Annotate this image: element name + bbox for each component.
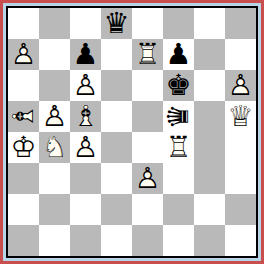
square-g6 xyxy=(194,70,225,101)
square-d5 xyxy=(101,101,132,132)
white-pawn-c4: ♟♙ xyxy=(70,132,101,163)
square-g4 xyxy=(194,132,225,163)
queen-icon: ♕ xyxy=(225,101,256,132)
square-h6: ♟♙ xyxy=(225,70,256,101)
square-d6 xyxy=(101,70,132,101)
square-c8 xyxy=(70,8,101,39)
square-e7: ♜♖ xyxy=(132,39,163,70)
square-b2 xyxy=(39,194,70,225)
white-pawn-a7: ♟♙ xyxy=(8,39,39,70)
square-f6: ♚ xyxy=(163,70,194,101)
white-rook-f4: ♜♖ xyxy=(163,132,194,163)
queen-icon: ♛ xyxy=(101,8,132,39)
square-h1 xyxy=(225,225,256,256)
pawn-icon: ♙ xyxy=(39,101,70,132)
square-c1 xyxy=(70,225,101,256)
king-icon: ♚ xyxy=(163,70,194,101)
square-d3 xyxy=(101,163,132,194)
square-h5: ♛♕ xyxy=(225,101,256,132)
square-e8 xyxy=(132,8,163,39)
bishop-icon: ♗ xyxy=(70,101,101,132)
square-d1 xyxy=(101,225,132,256)
square-a2 xyxy=(8,194,39,225)
square-h7 xyxy=(225,39,256,70)
square-b6 xyxy=(39,70,70,101)
square-b3 xyxy=(39,163,70,194)
square-b7 xyxy=(39,39,70,70)
square-c6: ♟♙ xyxy=(70,70,101,101)
square-d7 xyxy=(101,39,132,70)
white-rook-e7: ♜♖ xyxy=(132,39,163,70)
pawn-icon: ♙ xyxy=(8,39,39,70)
square-c2 xyxy=(70,194,101,225)
square-e6 xyxy=(132,70,163,101)
square-c7: ♟ xyxy=(70,39,101,70)
pawn-icon: ♙ xyxy=(70,132,101,163)
white-pawn-c6: ♟♙ xyxy=(70,70,101,101)
white-king-a4: ♚♔ xyxy=(8,132,39,163)
square-b8 xyxy=(39,8,70,39)
square-f3 xyxy=(163,163,194,194)
square-e2 xyxy=(132,194,163,225)
square-g1 xyxy=(194,225,225,256)
square-h3 xyxy=(225,163,256,194)
square-h4 xyxy=(225,132,256,163)
square-a6 xyxy=(8,70,39,101)
square-a3 xyxy=(8,163,39,194)
black-queen-rotated-f5: ♛ xyxy=(163,101,194,132)
square-a5: ♝♗ xyxy=(8,101,39,132)
square-e1 xyxy=(132,225,163,256)
black-pawn-f7: ♟ xyxy=(163,39,194,70)
square-c4: ♟♙ xyxy=(70,132,101,163)
white-bishop-c5: ♝♗ xyxy=(70,101,101,132)
rook-icon: ♖ xyxy=(163,132,194,163)
square-d4 xyxy=(101,132,132,163)
white-knight-b4: ♞♘ xyxy=(39,132,70,163)
queen-icon: ♛ xyxy=(163,101,194,132)
pawn-icon: ♟ xyxy=(70,39,101,70)
king-icon: ♔ xyxy=(8,132,39,163)
black-pawn-c7: ♟ xyxy=(70,39,101,70)
square-f5: ♛ xyxy=(163,101,194,132)
square-f7: ♟ xyxy=(163,39,194,70)
square-g7 xyxy=(194,39,225,70)
pawn-icon: ♙ xyxy=(132,163,163,194)
diagram-image: ♛♟♙♟♜♖♟♟♙♚♟♙♝♗♟♙♝♗♛♛♕♚♔♞♘♟♙♜♖♟♙ xyxy=(0,0,264,264)
bishop-icon: ♗ xyxy=(8,101,39,132)
white-pawn-e3: ♟♙ xyxy=(132,163,163,194)
knight-icon: ♘ xyxy=(39,132,70,163)
square-d8: ♛ xyxy=(101,8,132,39)
pawn-icon: ♟ xyxy=(163,39,194,70)
white-pawn-h6: ♟♙ xyxy=(225,70,256,101)
square-g3 xyxy=(194,163,225,194)
square-c3 xyxy=(70,163,101,194)
black-queen-d8: ♛ xyxy=(101,8,132,39)
white-queen-h5: ♛♕ xyxy=(225,101,256,132)
square-e4 xyxy=(132,132,163,163)
square-a7: ♟♙ xyxy=(8,39,39,70)
square-f1 xyxy=(163,225,194,256)
square-e5 xyxy=(132,101,163,132)
square-g8 xyxy=(194,8,225,39)
square-c5: ♝♗ xyxy=(70,101,101,132)
pawn-icon: ♙ xyxy=(225,70,256,101)
square-f8 xyxy=(163,8,194,39)
pawn-icon: ♙ xyxy=(70,70,101,101)
square-a4: ♚♔ xyxy=(8,132,39,163)
square-h2 xyxy=(225,194,256,225)
square-a8 xyxy=(8,8,39,39)
square-g2 xyxy=(194,194,225,225)
square-e3: ♟♙ xyxy=(132,163,163,194)
rook-icon: ♖ xyxy=(132,39,163,70)
square-b4: ♞♘ xyxy=(39,132,70,163)
square-g5 xyxy=(194,101,225,132)
white-pawn-b5: ♟♙ xyxy=(39,101,70,132)
square-a1 xyxy=(8,225,39,256)
square-d2 xyxy=(101,194,132,225)
square-b5: ♟♙ xyxy=(39,101,70,132)
square-f4: ♜♖ xyxy=(163,132,194,163)
white-bishop-rotated-a5: ♝♗ xyxy=(8,101,39,132)
square-h8 xyxy=(225,8,256,39)
square-b1 xyxy=(39,225,70,256)
chess-board: ♛♟♙♟♜♖♟♟♙♚♟♙♝♗♟♙♝♗♛♛♕♚♔♞♘♟♙♜♖♟♙ xyxy=(6,6,258,258)
black-king-f6: ♚ xyxy=(163,70,194,101)
square-f2 xyxy=(163,194,194,225)
